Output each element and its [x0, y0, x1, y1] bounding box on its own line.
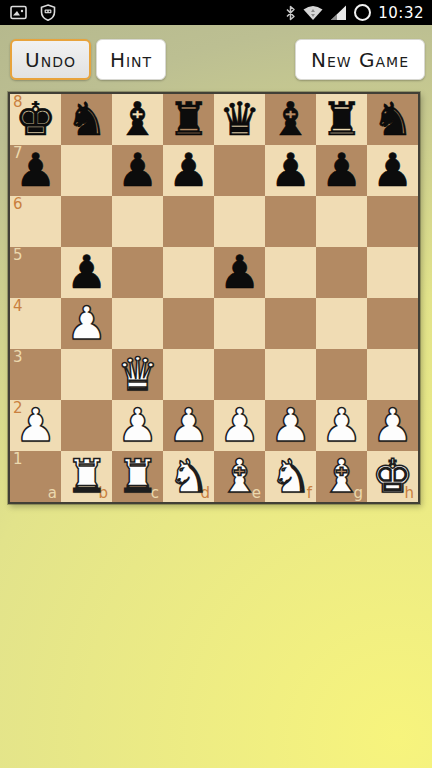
black-queen[interactable]: ♛ — [219, 94, 260, 145]
square-h4[interactable] — [367, 298, 418, 349]
square-e6[interactable] — [214, 196, 265, 247]
rank-label-1: 1 — [13, 451, 23, 468]
square-a7[interactable]: 7♟ — [10, 145, 61, 196]
white-pawn[interactable]: ♟ — [168, 400, 209, 451]
square-f8[interactable]: ♝ — [265, 94, 316, 145]
square-b3[interactable] — [61, 349, 112, 400]
square-e5[interactable]: ♟ — [214, 247, 265, 298]
black-knight[interactable]: ♞ — [372, 94, 413, 145]
white-knight[interactable]: ♞ — [270, 451, 311, 502]
rank-label-4: 4 — [13, 298, 23, 315]
black-pawn[interactable]: ♟ — [15, 145, 56, 196]
square-g2[interactable]: ♟ — [316, 400, 367, 451]
black-bishop[interactable]: ♝ — [117, 94, 158, 145]
square-c5[interactable] — [112, 247, 163, 298]
square-c2[interactable]: ♟ — [112, 400, 163, 451]
square-h8[interactable]: ♞ — [367, 94, 418, 145]
toolbar: Undo Hint New Game — [0, 38, 432, 82]
black-pawn[interactable]: ♟ — [117, 145, 158, 196]
white-rook[interactable]: ♜ — [66, 451, 107, 502]
black-rook[interactable]: ♜ — [321, 94, 362, 145]
square-h3[interactable] — [367, 349, 418, 400]
square-a3[interactable]: 3 — [10, 349, 61, 400]
square-f5[interactable] — [265, 247, 316, 298]
square-f3[interactable] — [265, 349, 316, 400]
square-g7[interactable]: ♟ — [316, 145, 367, 196]
square-f7[interactable]: ♟ — [265, 145, 316, 196]
status-time: 10:32 — [378, 4, 424, 22]
square-b8[interactable]: ♞ — [61, 94, 112, 145]
white-pawn[interactable]: ♟ — [117, 400, 158, 451]
square-a1[interactable]: 1a — [10, 451, 61, 502]
board-grid: 8♚♞♝♜♛♝♜♞7♟♟♟♟♟♟65♟♟4♟3♛2♟♟♟♟♟♟♟1ab♜c♜d♞… — [10, 94, 418, 502]
white-pawn[interactable]: ♟ — [15, 400, 56, 451]
square-g5[interactable] — [316, 247, 367, 298]
wifi-icon — [303, 5, 323, 21]
black-pawn[interactable]: ♟ — [270, 145, 311, 196]
square-a4[interactable]: 4 — [10, 298, 61, 349]
black-pawn[interactable]: ♟ — [168, 145, 209, 196]
white-king[interactable]: ♚ — [372, 451, 413, 502]
square-h6[interactable] — [367, 196, 418, 247]
square-c1[interactable]: c♜ — [112, 451, 163, 502]
square-b2[interactable] — [61, 400, 112, 451]
black-king[interactable]: ♚ — [15, 94, 56, 145]
file-label-a: a — [48, 485, 57, 502]
square-c8[interactable]: ♝ — [112, 94, 163, 145]
square-d8[interactable]: ♜ — [163, 94, 214, 145]
black-pawn[interactable]: ♟ — [219, 247, 260, 298]
square-c3[interactable]: ♛ — [112, 349, 163, 400]
black-rook[interactable]: ♜ — [168, 94, 209, 145]
white-pawn[interactable]: ♟ — [372, 400, 413, 451]
undo-button[interactable]: Undo — [10, 39, 91, 80]
chess-board: 8♚♞♝♜♛♝♜♞7♟♟♟♟♟♟65♟♟4♟3♛2♟♟♟♟♟♟♟1ab♜c♜d♞… — [8, 92, 420, 504]
white-bishop[interactable]: ♝ — [219, 451, 260, 502]
square-h2[interactable]: ♟ — [367, 400, 418, 451]
square-d1[interactable]: d♞ — [163, 451, 214, 502]
square-c6[interactable] — [112, 196, 163, 247]
white-pawn[interactable]: ♟ — [270, 400, 311, 451]
square-b7[interactable] — [61, 145, 112, 196]
square-b4[interactable]: ♟ — [61, 298, 112, 349]
black-knight[interactable]: ♞ — [66, 94, 107, 145]
square-c4[interactable] — [112, 298, 163, 349]
square-e4[interactable] — [214, 298, 265, 349]
square-g6[interactable] — [316, 196, 367, 247]
square-b5[interactable]: ♟ — [61, 247, 112, 298]
black-pawn[interactable]: ♟ — [372, 145, 413, 196]
hint-button[interactable]: Hint — [96, 39, 166, 80]
square-e8[interactable]: ♛ — [214, 94, 265, 145]
square-g3[interactable] — [316, 349, 367, 400]
square-d3[interactable] — [163, 349, 214, 400]
square-g1[interactable]: g♝ — [316, 451, 367, 502]
square-f2[interactable]: ♟ — [265, 400, 316, 451]
square-d7[interactable]: ♟ — [163, 145, 214, 196]
square-f4[interactable] — [265, 298, 316, 349]
square-a6[interactable]: 6 — [10, 196, 61, 247]
signal-icon — [330, 5, 347, 21]
status-bar: 10:32 — [0, 0, 432, 25]
square-a5[interactable]: 5 — [10, 247, 61, 298]
white-bishop[interactable]: ♝ — [321, 451, 362, 502]
white-knight[interactable]: ♞ — [168, 451, 209, 502]
shield-app-icon — [40, 4, 56, 21]
rank-label-3: 3 — [13, 349, 23, 366]
rank-label-5: 5 — [13, 247, 23, 264]
square-h7[interactable]: ♟ — [367, 145, 418, 196]
square-f1[interactable]: f♞ — [265, 451, 316, 502]
white-pawn[interactable]: ♟ — [219, 400, 260, 451]
square-h5[interactable] — [367, 247, 418, 298]
rank-label-6: 6 — [13, 196, 23, 213]
battery-circle-icon — [354, 4, 371, 21]
new-game-button[interactable]: New Game — [295, 39, 425, 80]
white-rook[interactable]: ♜ — [117, 451, 158, 502]
square-f6[interactable] — [265, 196, 316, 247]
square-e1[interactable]: e♝ — [214, 451, 265, 502]
bluetooth-icon — [285, 5, 296, 21]
black-pawn[interactable]: ♟ — [321, 145, 362, 196]
white-pawn[interactable]: ♟ — [321, 400, 362, 451]
square-d4[interactable] — [163, 298, 214, 349]
square-a2[interactable]: 2♟ — [10, 400, 61, 451]
square-d2[interactable]: ♟ — [163, 400, 214, 451]
square-e2[interactable]: ♟ — [214, 400, 265, 451]
square-g4[interactable] — [316, 298, 367, 349]
square-g8[interactable]: ♜ — [316, 94, 367, 145]
square-a8[interactable]: 8♚ — [10, 94, 61, 145]
square-d6[interactable] — [163, 196, 214, 247]
black-pawn[interactable]: ♟ — [66, 247, 107, 298]
square-d5[interactable] — [163, 247, 214, 298]
square-e3[interactable] — [214, 349, 265, 400]
black-bishop[interactable]: ♝ — [270, 94, 311, 145]
square-b6[interactable] — [61, 196, 112, 247]
white-queen[interactable]: ♛ — [117, 349, 158, 400]
screenshot-icon — [10, 5, 27, 20]
square-c7[interactable]: ♟ — [112, 145, 163, 196]
white-pawn[interactable]: ♟ — [66, 298, 107, 349]
square-e7[interactable] — [214, 145, 265, 196]
square-b1[interactable]: b♜ — [61, 451, 112, 502]
square-h1[interactable]: h♚ — [367, 451, 418, 502]
